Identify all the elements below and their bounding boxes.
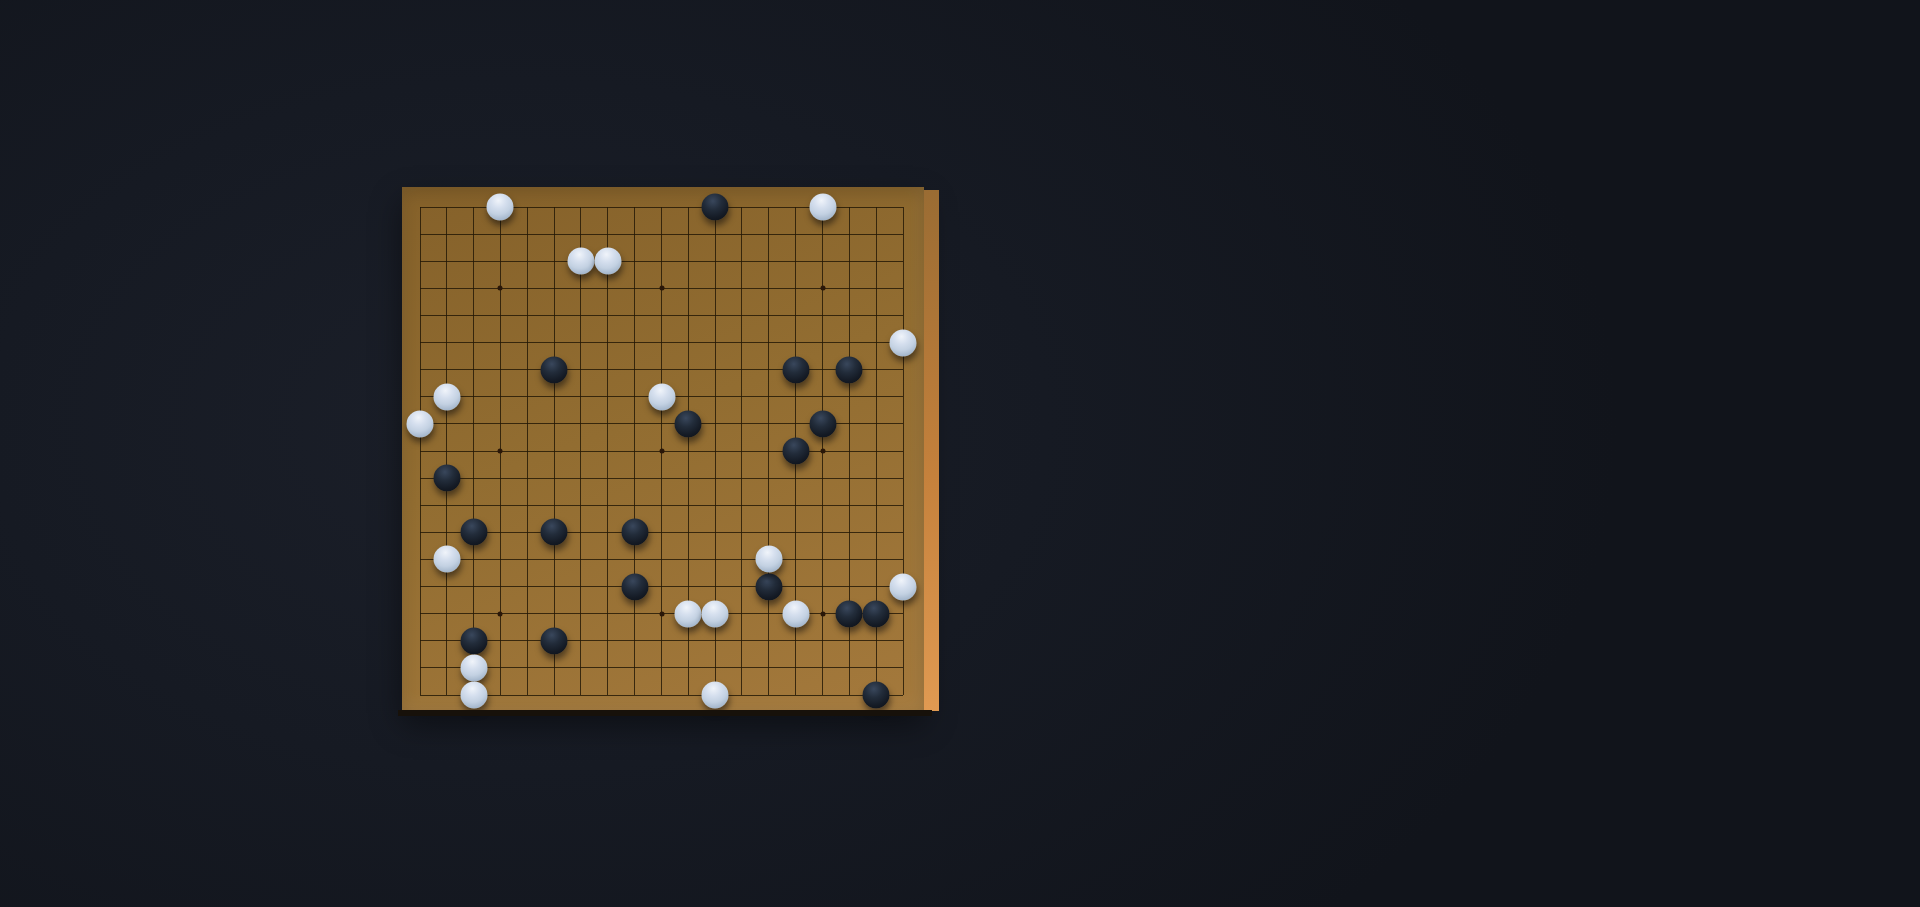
grid-line-horizontal — [420, 586, 903, 587]
grid-line-vertical — [741, 207, 742, 695]
black-stone-C3 — [460, 627, 487, 654]
go-board[interactable] — [402, 187, 924, 710]
black-stone-O5 — [755, 573, 782, 600]
white-stone-T14 — [890, 329, 917, 356]
star-point-Q4 — [820, 611, 825, 616]
black-stone-F3 — [541, 627, 568, 654]
black-stone-P10 — [782, 438, 809, 465]
white-stone-C1 — [460, 682, 487, 709]
black-stone-B9 — [433, 465, 460, 492]
grid-line-horizontal — [420, 532, 903, 533]
black-stone-J7 — [621, 519, 648, 546]
white-stone-D19 — [487, 194, 514, 221]
board-side-face-bottom — [398, 710, 932, 716]
white-stone-P4 — [782, 600, 809, 627]
black-stone-Q11 — [809, 410, 836, 437]
grid-line-vertical — [903, 207, 904, 695]
white-stone-G17 — [567, 248, 594, 275]
star-point-D10 — [498, 449, 503, 454]
white-stone-M4 — [702, 600, 729, 627]
black-stone-S1 — [863, 682, 890, 709]
white-stone-C2 — [460, 654, 487, 681]
white-stone-B6 — [433, 546, 460, 573]
scene-background — [0, 0, 1920, 907]
white-stone-H17 — [594, 248, 621, 275]
black-stone-F7 — [541, 519, 568, 546]
star-point-Q16 — [820, 286, 825, 291]
white-stone-M1 — [702, 682, 729, 709]
white-stone-O6 — [755, 546, 782, 573]
black-stone-R13 — [836, 356, 863, 383]
black-stone-F13 — [541, 356, 568, 383]
black-stone-J5 — [621, 573, 648, 600]
star-point-K16 — [659, 286, 664, 291]
black-stone-M19 — [702, 194, 729, 221]
board-surface[interactable] — [402, 187, 924, 710]
grid-line-horizontal — [420, 667, 903, 668]
star-point-D4 — [498, 611, 503, 616]
grid-line-horizontal — [420, 559, 903, 560]
grid-line-vertical — [768, 207, 769, 695]
grid-line-horizontal — [420, 505, 903, 506]
black-stone-L11 — [675, 410, 702, 437]
board-grid — [420, 207, 903, 695]
white-stone-Q19 — [809, 194, 836, 221]
black-stone-S4 — [863, 600, 890, 627]
star-point-D16 — [498, 286, 503, 291]
black-stone-R4 — [836, 600, 863, 627]
white-stone-K12 — [648, 383, 675, 410]
white-stone-A11 — [407, 410, 434, 437]
white-stone-B12 — [433, 383, 460, 410]
star-point-K10 — [659, 449, 664, 454]
board-side-face-right — [924, 190, 939, 711]
black-stone-P13 — [782, 356, 809, 383]
white-stone-L4 — [675, 600, 702, 627]
grid-line-horizontal — [420, 695, 903, 696]
grid-line-horizontal — [420, 478, 903, 479]
white-stone-T5 — [890, 573, 917, 600]
star-point-K4 — [659, 611, 664, 616]
star-point-Q10 — [820, 449, 825, 454]
black-stone-C7 — [460, 519, 487, 546]
grid-line-horizontal — [420, 640, 903, 641]
